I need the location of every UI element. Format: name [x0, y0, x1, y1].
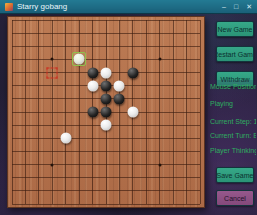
grid-line-h [12, 177, 200, 178]
star-point [158, 58, 161, 61]
window-controls: – □ ✕ [222, 2, 252, 12]
mouse-position-text: Mouse Position: 4 3 [210, 83, 256, 91]
stone-white [101, 67, 112, 78]
current-step-text: Current Step: 14 [210, 118, 256, 126]
cancel-button[interactable]: Cancel [216, 190, 254, 206]
grid-line-h [12, 190, 200, 191]
app-icon [5, 3, 13, 11]
last-move-highlight [72, 52, 86, 66]
mouse-cursor-marker [47, 67, 58, 78]
grid-line-v [186, 20, 187, 204]
board[interactable] [7, 16, 205, 208]
game-state-text: Playing [210, 100, 256, 108]
stone-white [87, 80, 98, 91]
star-point [51, 58, 54, 61]
stone-white [127, 107, 138, 118]
stone-black [101, 80, 112, 91]
current-turn-text: Current Turn: Black [210, 132, 256, 140]
stone-black [101, 93, 112, 104]
stone-black [101, 107, 112, 118]
player-thinking-text: Player Thinking... [210, 147, 256, 155]
star-point [51, 163, 54, 166]
restart-game-button[interactable]: Restart Game [216, 46, 254, 62]
stone-white [114, 80, 125, 91]
minimize-icon[interactable]: – [222, 2, 226, 12]
star-point [158, 163, 161, 166]
save-game-button[interactable]: Save Game [216, 167, 254, 183]
status-lines: Mouse Position: 4 3 Playing Current Step… [210, 83, 256, 155]
stone-black [87, 107, 98, 118]
maximize-icon[interactable]: □ [234, 2, 238, 12]
stone-black [114, 93, 125, 104]
new-game-button[interactable]: New Game [216, 21, 254, 37]
app-window: Starry gobang – □ ✕ New Game Restart Gam… [0, 0, 257, 215]
stone-black [87, 67, 98, 78]
stone-white [60, 133, 71, 144]
window-title: Starry gobang [17, 0, 67, 14]
stone-white [101, 120, 112, 131]
close-icon[interactable]: ✕ [246, 2, 252, 12]
stone-black [127, 67, 138, 78]
title-bar: Starry gobang – □ ✕ [0, 0, 257, 14]
grid-line-v [200, 20, 201, 204]
grid-line-h [12, 204, 200, 205]
